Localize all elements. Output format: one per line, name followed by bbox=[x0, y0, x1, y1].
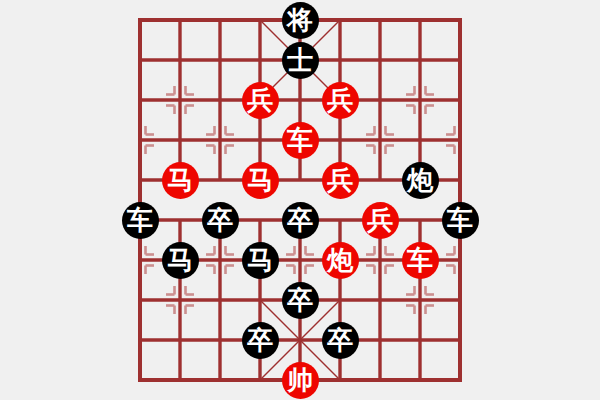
piece-black-soldier[interactable]: 卒 bbox=[282, 202, 319, 239]
piece-red-horse[interactable]: 马 bbox=[162, 162, 199, 199]
piece-red-soldier[interactable]: 兵 bbox=[322, 162, 359, 199]
piece-black-chariot[interactable]: 车 bbox=[122, 202, 159, 239]
piece-black-advisor[interactable]: 士 bbox=[282, 42, 319, 79]
piece-black-soldier[interactable]: 卒 bbox=[202, 202, 239, 239]
piece-black-soldier[interactable]: 卒 bbox=[282, 282, 319, 319]
pieces-layer: 将士兵兵车马马兵炮车卒卒兵车马马炮车卒卒卒帅 bbox=[120, 0, 480, 400]
piece-red-soldier[interactable]: 兵 bbox=[362, 202, 399, 239]
piece-red-chariot[interactable]: 车 bbox=[402, 242, 439, 279]
xiangqi-board-diagram: 将士兵兵车马马兵炮车卒卒兵车马马炮车卒卒卒帅 bbox=[0, 0, 600, 400]
piece-black-horse[interactable]: 马 bbox=[162, 242, 199, 279]
piece-red-cannon[interactable]: 炮 bbox=[322, 242, 359, 279]
piece-red-horse[interactable]: 马 bbox=[242, 162, 279, 199]
piece-black-chariot[interactable]: 车 bbox=[442, 202, 479, 239]
piece-red-general[interactable]: 帅 bbox=[282, 362, 319, 399]
piece-black-general[interactable]: 将 bbox=[282, 2, 319, 39]
piece-black-horse[interactable]: 马 bbox=[242, 242, 279, 279]
piece-red-soldier[interactable]: 兵 bbox=[242, 82, 279, 119]
piece-black-soldier[interactable]: 卒 bbox=[242, 322, 279, 359]
piece-black-cannon[interactable]: 炮 bbox=[402, 162, 439, 199]
piece-red-chariot[interactable]: 车 bbox=[282, 122, 319, 159]
piece-black-soldier[interactable]: 卒 bbox=[322, 322, 359, 359]
piece-red-soldier[interactable]: 兵 bbox=[322, 82, 359, 119]
